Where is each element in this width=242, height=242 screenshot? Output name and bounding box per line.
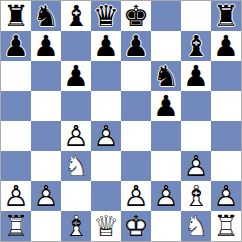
- black-pawn[interactable]: ♟♙: [211, 31, 241, 61]
- black-bishop[interactable]: ♝♗: [61, 1, 91, 31]
- square-h3[interactable]: [211, 151, 241, 181]
- white-king[interactable]: ♚♔: [121, 211, 151, 241]
- square-h8[interactable]: ♜♖: [211, 1, 241, 31]
- black-piece-glyph: ♟: [61, 61, 91, 91]
- black-piece-glyph: ♝: [181, 31, 211, 61]
- chess-board: ♜♖♞♘♝♗♛♕♚♔♜♖♟♙♟♙♟♙♟♙♝♗♟♙♟♙♞♘♟♙♟♙♟♙♟♙♞♘♟♙…: [0, 0, 242, 242]
- square-g6[interactable]: ♟♙: [181, 61, 211, 91]
- square-c6[interactable]: ♟♙: [61, 61, 91, 91]
- white-piece-outline: ♕: [91, 211, 121, 241]
- black-knight[interactable]: ♞♘: [151, 61, 181, 91]
- square-h6[interactable]: [211, 61, 241, 91]
- square-d1[interactable]: ♛♕: [91, 211, 121, 241]
- white-piece-outline: ♙: [151, 181, 181, 211]
- square-b2[interactable]: ♟♙: [31, 181, 61, 211]
- square-a8[interactable]: ♜♖: [1, 1, 31, 31]
- square-c4[interactable]: ♟♙: [61, 121, 91, 151]
- square-c2[interactable]: [61, 181, 91, 211]
- white-pawn[interactable]: ♟♙: [121, 181, 151, 211]
- square-g3[interactable]: ♟♙: [181, 151, 211, 181]
- square-c5[interactable]: [61, 91, 91, 121]
- square-b4[interactable]: [31, 121, 61, 151]
- black-piece-glyph: ♟: [91, 31, 121, 61]
- square-g4[interactable]: [181, 121, 211, 151]
- square-a7[interactable]: ♟♙: [1, 31, 31, 61]
- black-pawn[interactable]: ♟♙: [151, 91, 181, 121]
- black-piece-glyph: ♜: [1, 1, 31, 31]
- square-e8[interactable]: ♚♔: [121, 1, 151, 31]
- black-rook[interactable]: ♜♖: [211, 1, 241, 31]
- square-d7[interactable]: ♟♙: [91, 31, 121, 61]
- black-pawn[interactable]: ♟♙: [121, 31, 151, 61]
- white-pawn[interactable]: ♟♙: [151, 181, 181, 211]
- black-piece-glyph: ♜: [211, 1, 241, 31]
- square-e7[interactable]: ♟♙: [121, 31, 151, 61]
- square-b3[interactable]: [31, 151, 61, 181]
- square-c1[interactable]: ♝♗: [61, 211, 91, 241]
- black-piece-glyph: ♟: [31, 31, 61, 61]
- white-piece-outline: ♔: [121, 211, 151, 241]
- square-e4[interactable]: [121, 121, 151, 151]
- square-b1[interactable]: [31, 211, 61, 241]
- square-f3[interactable]: [151, 151, 181, 181]
- white-piece-outline: ♘: [181, 211, 211, 241]
- white-bishop[interactable]: ♝♗: [181, 181, 211, 211]
- square-d6[interactable]: [91, 61, 121, 91]
- square-f4[interactable]: [151, 121, 181, 151]
- white-piece-outline: ♙: [31, 181, 61, 211]
- black-piece-glyph: ♛: [91, 1, 121, 31]
- square-a5[interactable]: [1, 91, 31, 121]
- black-piece-glyph: ♝: [61, 1, 91, 31]
- white-rook[interactable]: ♜♖: [211, 211, 241, 241]
- square-a3[interactable]: [1, 151, 31, 181]
- square-g2[interactable]: ♝♗: [181, 181, 211, 211]
- square-h2[interactable]: ♟♙: [211, 181, 241, 211]
- square-c7[interactable]: [61, 31, 91, 61]
- white-piece-outline: ♙: [121, 181, 151, 211]
- square-g8[interactable]: [181, 1, 211, 31]
- square-e5[interactable]: [121, 91, 151, 121]
- white-piece-outline: ♙: [211, 181, 241, 211]
- white-queen[interactable]: ♛♕: [91, 211, 121, 241]
- square-c8[interactable]: ♝♗: [61, 1, 91, 31]
- white-pawn[interactable]: ♟♙: [1, 181, 31, 211]
- square-f5[interactable]: ♟♙: [151, 91, 181, 121]
- square-g7[interactable]: ♝♗: [181, 31, 211, 61]
- white-piece-outline: ♙: [1, 181, 31, 211]
- black-piece-glyph: ♟: [181, 61, 211, 91]
- square-h5[interactable]: [211, 91, 241, 121]
- square-f7[interactable]: [151, 31, 181, 61]
- square-b7[interactable]: ♟♙: [31, 31, 61, 61]
- white-piece-outline: ♙: [61, 121, 91, 151]
- white-pawn[interactable]: ♟♙: [181, 151, 211, 181]
- square-d4[interactable]: ♟♙: [91, 121, 121, 151]
- square-f1[interactable]: [151, 211, 181, 241]
- white-piece-outline: ♗: [61, 211, 91, 241]
- white-knight[interactable]: ♞♘: [61, 151, 91, 181]
- white-pawn[interactable]: ♟♙: [31, 181, 61, 211]
- white-pawn[interactable]: ♟♙: [91, 121, 121, 151]
- square-e6[interactable]: [121, 61, 151, 91]
- square-h7[interactable]: ♟♙: [211, 31, 241, 61]
- white-bishop[interactable]: ♝♗: [61, 211, 91, 241]
- black-bishop[interactable]: ♝♗: [181, 31, 211, 61]
- white-piece-outline: ♘: [61, 151, 91, 181]
- square-a4[interactable]: [1, 121, 31, 151]
- black-piece-glyph: ♞: [151, 61, 181, 91]
- black-piece-glyph: ♞: [31, 1, 61, 31]
- square-c3[interactable]: ♞♘: [61, 151, 91, 181]
- white-pawn[interactable]: ♟♙: [61, 121, 91, 151]
- square-b8[interactable]: ♞♘: [31, 1, 61, 31]
- square-d3[interactable]: [91, 151, 121, 181]
- square-f6[interactable]: ♞♘: [151, 61, 181, 91]
- square-d5[interactable]: [91, 91, 121, 121]
- square-g5[interactable]: [181, 91, 211, 121]
- black-knight[interactable]: ♞♘: [31, 1, 61, 31]
- black-pawn[interactable]: ♟♙: [1, 31, 31, 61]
- square-h1[interactable]: ♜♖: [211, 211, 241, 241]
- square-a6[interactable]: [1, 61, 31, 91]
- square-b5[interactable]: [31, 91, 61, 121]
- white-pawn[interactable]: ♟♙: [211, 181, 241, 211]
- black-pawn[interactable]: ♟♙: [61, 61, 91, 91]
- white-piece-outline: ♙: [91, 121, 121, 151]
- square-e2[interactable]: ♟♙: [121, 181, 151, 211]
- white-piece-outline: ♙: [181, 151, 211, 181]
- black-piece-glyph: ♟: [151, 91, 181, 121]
- white-piece-outline: ♖: [211, 211, 241, 241]
- black-pawn[interactable]: ♟♙: [31, 31, 61, 61]
- white-rook[interactable]: ♜♖: [1, 211, 31, 241]
- square-g1[interactable]: ♞♘: [181, 211, 211, 241]
- white-piece-outline: ♗: [181, 181, 211, 211]
- black-queen[interactable]: ♛♕: [91, 1, 121, 31]
- black-rook[interactable]: ♜♖: [1, 1, 31, 31]
- square-b6[interactable]: [31, 61, 61, 91]
- white-piece-outline: ♖: [1, 211, 31, 241]
- black-piece-glyph: ♟: [211, 31, 241, 61]
- black-king[interactable]: ♚♔: [121, 1, 151, 31]
- square-d8[interactable]: ♛♕: [91, 1, 121, 31]
- white-knight[interactable]: ♞♘: [181, 211, 211, 241]
- square-a1[interactable]: ♜♖: [1, 211, 31, 241]
- black-piece-glyph: ♚: [121, 1, 151, 31]
- square-d2[interactable]: [91, 181, 121, 211]
- black-piece-glyph: ♟: [1, 31, 31, 61]
- square-f8[interactable]: [151, 1, 181, 31]
- square-e1[interactable]: ♚♔: [121, 211, 151, 241]
- black-pawn[interactable]: ♟♙: [91, 31, 121, 61]
- square-f2[interactable]: ♟♙: [151, 181, 181, 211]
- black-pawn[interactable]: ♟♙: [181, 61, 211, 91]
- square-a2[interactable]: ♟♙: [1, 181, 31, 211]
- square-h4[interactable]: [211, 121, 241, 151]
- black-piece-glyph: ♟: [121, 31, 151, 61]
- square-e3[interactable]: [121, 151, 151, 181]
